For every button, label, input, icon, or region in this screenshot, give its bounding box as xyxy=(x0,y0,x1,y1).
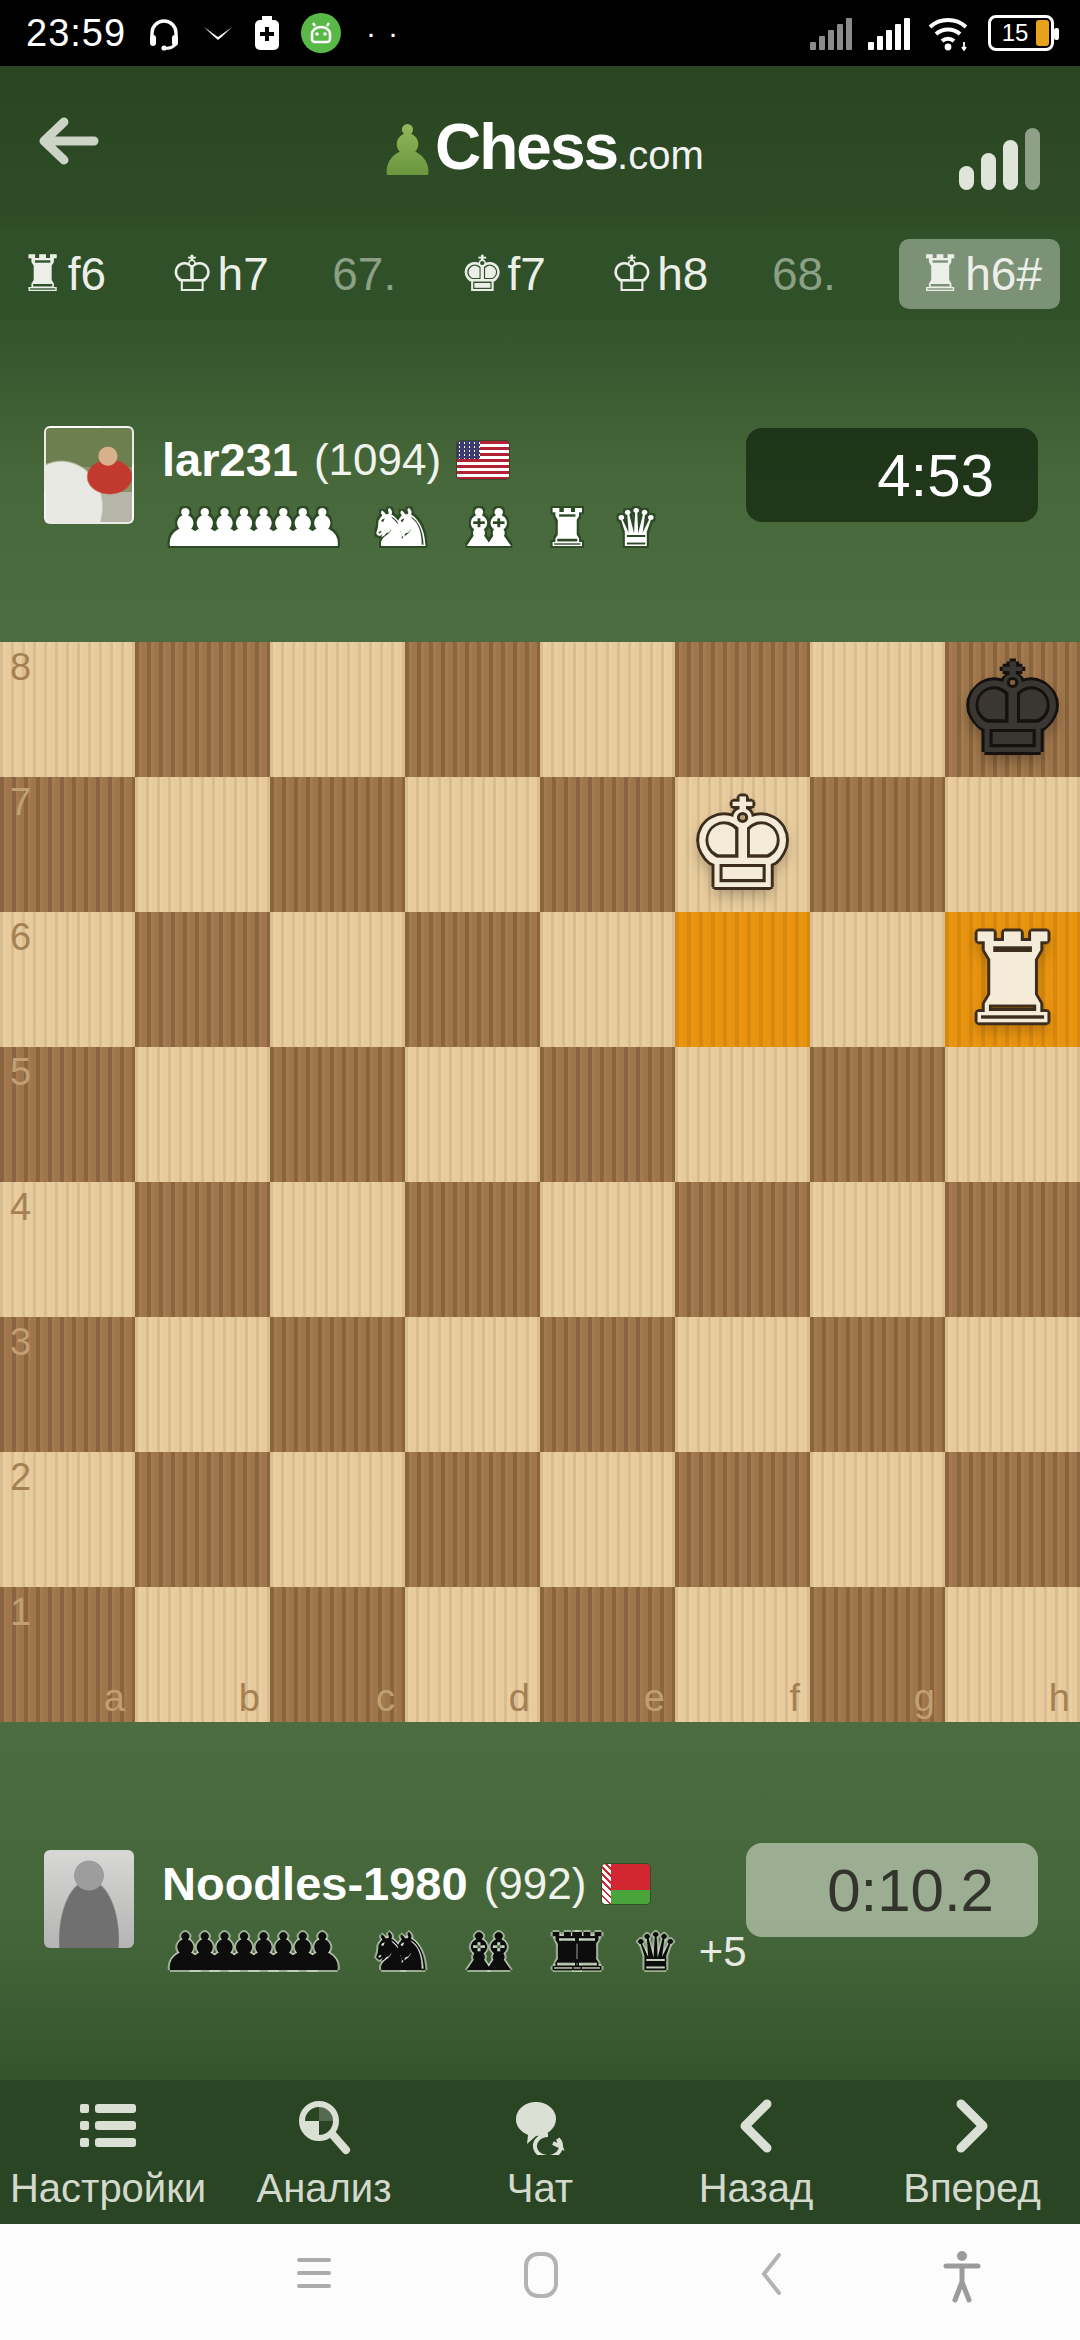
figurine-king-icon: ♚ xyxy=(460,245,505,303)
settings-list-icon xyxy=(78,2094,138,2158)
captured-black-rooks: ♜♜ xyxy=(544,1923,610,1981)
square-f7[interactable]: ♚ xyxy=(675,777,810,912)
square-a3[interactable]: 3 xyxy=(0,1317,135,1452)
rank-label-1: 1 xyxy=(10,1591,31,1634)
square-b2[interactable] xyxy=(135,1452,270,1587)
file-label-e: e xyxy=(644,1677,665,1720)
captured-top: ♟♟♟♟♟♟♟♟♞♞♝♝♜♛ xyxy=(162,499,659,557)
square-g5[interactable] xyxy=(810,1047,945,1182)
captured-white-bishops: ♝♝ xyxy=(456,499,522,557)
chesscom-logo: ♟ Chess .com xyxy=(0,104,1080,186)
captured-bottom: ♟♟♟♟♟♟♟♟♞♞♝♝♜♜♛+5 xyxy=(162,1923,747,1981)
move-label: h6# xyxy=(965,247,1042,301)
analysis-label: Анализ xyxy=(256,2166,391,2211)
clock-top: 4:53 xyxy=(746,428,1038,522)
battery-saver-icon xyxy=(254,15,280,51)
square-b4[interactable] xyxy=(135,1182,270,1317)
square-d5[interactable] xyxy=(405,1047,540,1182)
square-h4[interactable] xyxy=(945,1182,1080,1317)
connection-strength-icon xyxy=(959,128,1040,190)
square-a8[interactable]: 8 xyxy=(0,642,135,777)
chat-icon xyxy=(508,2094,572,2158)
headset-icon xyxy=(146,15,182,51)
square-f4[interactable] xyxy=(675,1182,810,1317)
recents-button[interactable] xyxy=(296,2250,332,2300)
square-d7[interactable] xyxy=(405,777,540,912)
rating-top: (1094) xyxy=(314,435,441,485)
avatar-noodles-1980[interactable] xyxy=(44,1850,134,1948)
move-number: 67. xyxy=(332,247,396,301)
square-g2[interactable] xyxy=(810,1452,945,1587)
square-a4[interactable]: 4 xyxy=(0,1182,135,1317)
battery-percent: 15 xyxy=(1002,19,1029,47)
square-b8[interactable] xyxy=(135,642,270,777)
square-b5[interactable] xyxy=(135,1047,270,1182)
square-b1[interactable]: b xyxy=(135,1587,270,1722)
square-h5[interactable] xyxy=(945,1047,1080,1182)
move-label: f7 xyxy=(508,247,546,301)
captured-white-rooks: ♜ xyxy=(544,499,591,557)
square-h1[interactable]: h xyxy=(945,1587,1080,1722)
square-c4[interactable] xyxy=(270,1182,405,1317)
system-back-button[interactable] xyxy=(758,2250,784,2302)
file-label-g: g xyxy=(914,1677,935,1720)
square-a5[interactable]: 5 xyxy=(0,1047,135,1182)
status-bar: 23:59 ·· 15 xyxy=(0,0,1080,66)
battery-icon: 15 xyxy=(988,15,1054,51)
chess-board: 8♚7♚6♜54321abcdefgh xyxy=(0,642,1080,1722)
move-label: h8 xyxy=(657,247,708,301)
captured-white-knights: ♞♞ xyxy=(368,499,434,557)
square-f5[interactable] xyxy=(675,1047,810,1182)
square-f2[interactable] xyxy=(675,1452,810,1587)
square-e1[interactable]: e xyxy=(540,1587,675,1722)
logo-text: Chess xyxy=(435,110,617,184)
square-e6[interactable] xyxy=(540,912,675,1047)
rank-label-8: 8 xyxy=(10,646,31,689)
rank-label-3: 3 xyxy=(10,1321,31,1364)
forward-chevron-icon xyxy=(950,2094,994,2158)
move-number: 68. xyxy=(772,247,836,301)
back-chevron-icon xyxy=(734,2094,778,2158)
username-bottom[interactable]: Noodles-1980 xyxy=(162,1856,468,1911)
chevron-collapse-icon xyxy=(202,23,234,43)
square-g1[interactable]: g xyxy=(810,1587,945,1722)
clock-time: 23:59 xyxy=(26,12,126,55)
square-b3[interactable] xyxy=(135,1317,270,1452)
notification-dots: ·· xyxy=(366,16,410,50)
square-e4[interactable] xyxy=(540,1182,675,1317)
square-d2[interactable] xyxy=(405,1452,540,1587)
move-label: h7 xyxy=(218,247,269,301)
file-label-d: d xyxy=(509,1677,530,1720)
clock-bottom: 0:10.2 xyxy=(746,1843,1038,1937)
black-king-piece[interactable]: ♚ xyxy=(945,642,1080,777)
square-e3[interactable] xyxy=(540,1317,675,1452)
captured-black-pawns: ♟♟♟♟♟♟♟♟ xyxy=(162,1923,346,1981)
square-d8[interactable] xyxy=(405,642,540,777)
material-advantage: +5 xyxy=(699,1923,747,1981)
move-list: ♜f6♔h767.♚f7♔h868.♜h6# xyxy=(0,228,1080,320)
file-label-f: f xyxy=(789,1677,800,1720)
square-h2[interactable] xyxy=(945,1452,1080,1587)
app-header: ♟ Chess .com xyxy=(0,66,1080,228)
analysis-icon xyxy=(294,2094,354,2158)
settings-button[interactable]: Настройки xyxy=(0,2080,216,2224)
square-a2[interactable]: 2 xyxy=(0,1452,135,1587)
figurine-rook-icon: ♜ xyxy=(20,245,65,303)
rank-label-4: 4 xyxy=(10,1186,31,1229)
square-c8[interactable] xyxy=(270,642,405,777)
us-flag-icon xyxy=(457,441,509,479)
figurine-rook-icon: ♜ xyxy=(917,245,962,303)
square-c2[interactable] xyxy=(270,1452,405,1587)
system-nav-bar xyxy=(0,2224,1080,2340)
game-toolbar: Настройки Анализ Чат Назад Вперед xyxy=(0,2080,1080,2224)
square-g6[interactable] xyxy=(810,912,945,1047)
move-item-f6[interactable]: ♜f6 xyxy=(20,245,106,303)
home-button[interactable] xyxy=(522,2250,560,2304)
move-item-h7[interactable]: ♔h7 xyxy=(170,245,269,303)
square-a1[interactable]: 1a xyxy=(0,1587,135,1722)
move-item-h8[interactable]: ♔h8 xyxy=(609,245,708,303)
square-g8[interactable] xyxy=(810,642,945,777)
file-label-b: b xyxy=(239,1677,260,1720)
move-forward-button[interactable]: Вперед xyxy=(864,2080,1080,2224)
square-c7[interactable] xyxy=(270,777,405,912)
move-back-button[interactable]: Назад xyxy=(648,2080,864,2224)
square-c1[interactable]: c xyxy=(270,1587,405,1722)
square-c6[interactable] xyxy=(270,912,405,1047)
square-e7[interactable] xyxy=(540,777,675,912)
android-assistant-icon xyxy=(300,12,342,54)
belarus-flag-icon xyxy=(602,1864,650,1904)
figurine-king-icon: ♔ xyxy=(170,245,215,303)
rank-label-5: 5 xyxy=(10,1051,31,1094)
square-g3[interactable] xyxy=(810,1317,945,1452)
square-d3[interactable] xyxy=(405,1317,540,1452)
square-c3[interactable] xyxy=(270,1317,405,1452)
captured-white-pawns: ♟♟♟♟♟♟♟♟ xyxy=(162,499,346,557)
captured-black-knights: ♞♞ xyxy=(368,1923,434,1981)
square-f3[interactable] xyxy=(675,1317,810,1452)
chat-button[interactable]: Чат xyxy=(432,2080,648,2224)
square-f6[interactable] xyxy=(675,912,810,1047)
square-h6[interactable]: ♜ xyxy=(945,912,1080,1047)
square-e5[interactable] xyxy=(540,1047,675,1182)
file-label-a: a xyxy=(104,1677,125,1720)
file-label-c: c xyxy=(376,1677,395,1720)
square-a6[interactable]: 6 xyxy=(0,912,135,1047)
captured-black-bishops: ♝♝ xyxy=(456,1923,522,1981)
rank-label-6: 6 xyxy=(10,916,31,959)
cellular-signal-sim2-icon xyxy=(868,16,910,50)
file-label-h: h xyxy=(1049,1677,1070,1720)
chess-app-screen: 23:59 ·· 15 xyxy=(0,0,1080,2340)
square-f1[interactable]: f xyxy=(675,1587,810,1722)
white-king-piece[interactable]: ♚ xyxy=(675,777,810,912)
settings-label: Настройки xyxy=(10,2166,206,2211)
move-forward-label: Вперед xyxy=(903,2166,1041,2211)
square-b6[interactable] xyxy=(135,912,270,1047)
move-item-h6[interactable]: ♜h6# xyxy=(899,239,1060,309)
square-d1[interactable]: d xyxy=(405,1587,540,1722)
player-panel-top: lar231 (1094) ♟♟♟♟♟♟♟♟♞♞♝♝♜♛ 4:53 xyxy=(0,320,1080,642)
move-back-label: Назад xyxy=(699,2166,814,2211)
rank-label-2: 2 xyxy=(10,1456,31,1499)
captured-white-queens: ♛ xyxy=(613,499,660,557)
logo-pawn-icon: ♟ xyxy=(376,110,439,192)
square-h8[interactable]: ♚ xyxy=(945,642,1080,777)
rank-label-7: 7 xyxy=(10,781,31,824)
square-h7[interactable] xyxy=(945,777,1080,912)
wifi-icon xyxy=(926,14,972,52)
square-g4[interactable] xyxy=(810,1182,945,1317)
player-panel-bottom: Noodles-1980 (992) ♟♟♟♟♟♟♟♟♞♞♝♝♜♜♛+5 0:1… xyxy=(0,1722,1080,2080)
move-label: f6 xyxy=(68,247,106,301)
move-label: 68. xyxy=(772,247,836,301)
cellular-signal-sim1-icon xyxy=(810,16,852,50)
figurine-king-icon: ♔ xyxy=(609,245,654,303)
accessibility-button[interactable] xyxy=(940,2250,984,2310)
square-g7[interactable] xyxy=(810,777,945,912)
move-label: 67. xyxy=(332,247,396,301)
square-b7[interactable] xyxy=(135,777,270,912)
avatar-lar231[interactable] xyxy=(44,426,134,524)
chat-label: Чат xyxy=(507,2166,573,2211)
rating-bottom: (992) xyxy=(484,1859,587,1909)
username-top[interactable]: lar231 xyxy=(162,432,298,487)
square-a7[interactable]: 7 xyxy=(0,777,135,912)
square-d6[interactable] xyxy=(405,912,540,1047)
square-e8[interactable] xyxy=(540,642,675,777)
square-c5[interactable] xyxy=(270,1047,405,1182)
square-e2[interactable] xyxy=(540,1452,675,1587)
square-d4[interactable] xyxy=(405,1182,540,1317)
square-f8[interactable] xyxy=(675,642,810,777)
move-item-f7[interactable]: ♚f7 xyxy=(460,245,546,303)
white-rook-piece[interactable]: ♜ xyxy=(945,912,1080,1047)
captured-black-queens: ♛ xyxy=(632,1923,679,1981)
logo-tld: .com xyxy=(617,133,704,178)
square-h3[interactable] xyxy=(945,1317,1080,1452)
battery-level-fill xyxy=(1036,20,1049,46)
analysis-button[interactable]: Анализ xyxy=(216,2080,432,2224)
